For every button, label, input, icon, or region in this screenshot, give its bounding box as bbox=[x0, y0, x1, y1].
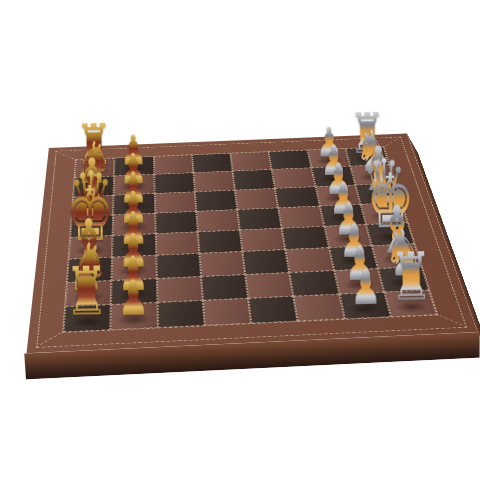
square bbox=[240, 229, 286, 252]
square bbox=[199, 252, 245, 277]
corner-stitch bbox=[439, 316, 467, 328]
square bbox=[275, 187, 319, 208]
square: ♜ bbox=[384, 290, 437, 317]
square bbox=[195, 190, 238, 211]
square bbox=[233, 170, 275, 190]
square bbox=[155, 232, 199, 256]
square bbox=[294, 294, 345, 321]
square bbox=[272, 168, 315, 188]
square: ♟ bbox=[111, 303, 158, 331]
square bbox=[278, 206, 324, 228]
square bbox=[282, 227, 329, 250]
square bbox=[286, 248, 334, 273]
board-front-edge bbox=[24, 332, 480, 379]
square: ♟ bbox=[339, 292, 391, 319]
square bbox=[154, 173, 195, 193]
perspective-scene: ♜♟♟♜♞♟♟♞♝♟♟♝♛♟♟♛♚♟♟♚♝♟♟♝♞♟♟♞♜♟♟♜ bbox=[0, 0, 480, 480]
square bbox=[203, 299, 252, 326]
square bbox=[237, 208, 282, 230]
chess-board: ♜♟♟♜♞♟♟♞♝♟♟♝♛♟♟♛♚♟♟♚♝♟♟♝♞♟♟♞♜♟♟♜ bbox=[27, 134, 478, 354]
square bbox=[230, 152, 271, 171]
piece-black-pawn: ♟ bbox=[349, 264, 381, 310]
board-squares: ♜♟♟♜♞♟♟♞♝♟♟♝♛♟♟♛♚♟♟♚♝♟♟♝♞♟♟♞♜♟♟♜ bbox=[62, 147, 438, 333]
piece-white-pawn: ♟ bbox=[117, 275, 149, 322]
square bbox=[242, 250, 289, 275]
square bbox=[235, 189, 279, 210]
piece-white-rook: ♜ bbox=[64, 260, 109, 324]
camera-roll-wrapper: ♜♟♟♜♞♟♟♞♝♟♟♝♛♟♟♛♚♟♟♚♝♟♟♝♞♟♟♞♜♟♟♜ bbox=[0, 0, 480, 480]
square bbox=[157, 301, 205, 328]
square bbox=[153, 155, 193, 175]
square: ♜ bbox=[63, 305, 111, 333]
square bbox=[245, 273, 293, 299]
product-photo-chess-set: ♜♟♟♜♞♟♟♞♝♟♟♝♛♟♟♛♚♟♟♚♝♟♟♝♞♟♟♞♜♟♟♜ bbox=[0, 0, 480, 480]
square bbox=[156, 254, 201, 279]
piece-black-rook: ♜ bbox=[389, 245, 433, 309]
square bbox=[201, 275, 248, 301]
square bbox=[156, 277, 202, 303]
square bbox=[248, 296, 298, 323]
square bbox=[192, 154, 233, 174]
corner-stitch bbox=[35, 333, 61, 348]
square bbox=[198, 230, 243, 253]
square bbox=[155, 212, 198, 234]
square bbox=[269, 150, 311, 169]
square bbox=[196, 210, 240, 232]
square bbox=[290, 271, 339, 297]
square bbox=[154, 192, 196, 213]
square bbox=[193, 172, 235, 192]
